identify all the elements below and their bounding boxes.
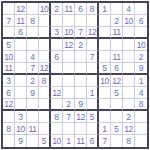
cell-r7c2[interactable]	[15, 75, 27, 87]
cell-r1c2[interactable]: 12	[15, 3, 27, 15]
cell-r11c11[interactable]: 12	[123, 123, 135, 135]
cell-r9c2[interactable]	[15, 99, 27, 111]
cell-r11c9[interactable]: 1	[99, 123, 111, 135]
cell-r1c1[interactable]	[3, 3, 15, 15]
cell-r8c3[interactable]: 9	[27, 87, 39, 99]
cell-r10c2[interactable]: 3	[15, 111, 27, 123]
cell-r8c6[interactable]	[63, 87, 75, 99]
cell-r10c1[interactable]	[3, 111, 15, 123]
cell-r2c8[interactable]	[87, 15, 99, 27]
cell-r10c8[interactable]: 5	[87, 111, 99, 123]
cell-r4c2[interactable]	[15, 39, 27, 51]
cell-r4c11[interactable]	[123, 39, 135, 51]
cell-r6c6[interactable]	[63, 63, 75, 75]
cell-r6c1[interactable]: 11	[3, 63, 15, 75]
cell-r1c3[interactable]	[27, 3, 39, 15]
cell-r1c6[interactable]: 11	[63, 3, 75, 15]
cell-r2c6[interactable]	[63, 15, 75, 27]
cell-r10c4[interactable]	[39, 111, 51, 123]
cell-r8c7[interactable]	[75, 87, 87, 99]
cell-r2c7[interactable]	[75, 15, 87, 27]
cell-r4c8[interactable]	[87, 39, 99, 51]
cell-r11c2[interactable]: 10	[15, 123, 27, 135]
cell-r1c5[interactable]: 2	[51, 3, 63, 15]
cell-r1c4[interactable]: 10	[39, 3, 51, 15]
cell-r4c1[interactable]: 5	[3, 39, 15, 51]
cell-r5c6[interactable]	[63, 51, 75, 63]
cell-r8c8[interactable]: 1	[87, 87, 99, 99]
cell-r2c9[interactable]	[99, 15, 111, 27]
cell-r12c8[interactable]: 6	[87, 135, 99, 147]
cell-r4c3[interactable]	[27, 39, 39, 51]
cell-r5c3[interactable]: 4	[27, 51, 39, 63]
cell-r5c5[interactable]: 6	[51, 51, 63, 63]
cell-r2c11[interactable]: 10	[123, 15, 135, 27]
cell-r3c4[interactable]	[39, 27, 51, 39]
cell-r12c2[interactable]: 9	[15, 135, 27, 147]
cell-r4c9[interactable]	[99, 39, 111, 51]
cell-r12c12[interactable]	[135, 135, 147, 147]
cell-r7c3[interactable]: 2	[27, 75, 39, 87]
cell-r5c8[interactable]: 7	[87, 51, 99, 63]
cell-r9c11[interactable]	[123, 99, 135, 111]
cell-r4c7[interactable]: 2	[75, 39, 87, 51]
cell-r9c1[interactable]: 12	[3, 99, 15, 111]
cell-r4c5[interactable]	[51, 39, 63, 51]
cell-r1c8[interactable]: 8	[87, 3, 99, 15]
cell-r6c2[interactable]	[15, 63, 27, 75]
cell-r7c8[interactable]	[87, 75, 99, 87]
cell-r9c5[interactable]	[51, 99, 63, 111]
cell-r10c9[interactable]	[99, 111, 111, 123]
cell-r9c4[interactable]	[39, 99, 51, 111]
cell-r10c6[interactable]: 7	[63, 111, 75, 123]
cell-r11c10[interactable]: 5	[111, 123, 123, 135]
cell-r1c11[interactable]: 4	[123, 3, 135, 15]
cell-r8c11[interactable]	[123, 87, 135, 99]
cell-r8c4[interactable]	[39, 87, 51, 99]
cell-r10c3[interactable]	[27, 111, 39, 123]
cell-r2c5[interactable]	[51, 15, 63, 27]
cell-r7c10[interactable]: 12	[111, 75, 123, 87]
cell-r11c1[interactable]: 8	[3, 123, 15, 135]
cell-r8c5[interactable]: 12	[51, 87, 63, 99]
cell-r6c10[interactable]: 6	[111, 63, 123, 75]
cell-r3c2[interactable]: 6	[15, 27, 27, 39]
cell-r11c6[interactable]	[63, 123, 75, 135]
cell-r3c10[interactable]: 11	[111, 27, 123, 39]
cell-r9c12[interactable]: 8	[135, 99, 147, 111]
cell-r7c6[interactable]	[63, 75, 75, 87]
cell-r3c7[interactable]: 7	[75, 27, 87, 39]
cell-r3c1[interactable]	[3, 27, 15, 39]
cell-r4c4[interactable]	[39, 39, 51, 51]
cell-r6c8[interactable]	[87, 63, 99, 75]
cell-r11c8[interactable]	[87, 123, 99, 135]
cell-r3c12[interactable]	[135, 27, 147, 39]
cell-r10c5[interactable]: 8	[51, 111, 63, 123]
cell-r12c4[interactable]: 5	[39, 135, 51, 147]
cell-r4c10[interactable]	[111, 39, 123, 51]
cell-r12c1[interactable]	[3, 135, 15, 147]
cell-r9c6[interactable]: 2	[63, 99, 75, 111]
cell-r9c7[interactable]: 9	[75, 99, 87, 111]
sudoku-board: 1210211681471182106631071211512210104671…	[1, 1, 149, 149]
cell-r5c12[interactable]: 2	[135, 51, 147, 63]
cell-r7c1[interactable]: 3	[3, 75, 15, 87]
cell-r9c10[interactable]	[111, 99, 123, 111]
cell-r7c5[interactable]	[51, 75, 63, 87]
cell-r6c12[interactable]: 9	[135, 63, 147, 75]
cell-r2c1[interactable]: 7	[3, 15, 15, 27]
cell-r11c12[interactable]	[135, 123, 147, 135]
cell-r6c4[interactable]: 12	[39, 63, 51, 75]
cell-r2c12[interactable]: 6	[135, 15, 147, 27]
cell-r2c2[interactable]: 11	[15, 15, 27, 27]
cell-r7c11[interactable]	[123, 75, 135, 87]
cell-r5c1[interactable]: 10	[3, 51, 15, 63]
cell-r11c5[interactable]	[51, 123, 63, 135]
cell-r2c3[interactable]: 8	[27, 15, 39, 27]
cell-r9c9[interactable]	[99, 99, 111, 111]
cell-r12c5[interactable]: 10	[51, 135, 63, 147]
cell-r11c4[interactable]	[39, 123, 51, 135]
cell-r7c9[interactable]: 10	[99, 75, 111, 87]
cell-r5c7[interactable]	[75, 51, 87, 63]
cell-r11c7[interactable]	[75, 123, 87, 135]
cell-r1c9[interactable]: 1	[99, 3, 111, 15]
cell-r3c11[interactable]	[123, 27, 135, 39]
cell-r12c7[interactable]: 11	[75, 135, 87, 147]
cell-r4c6[interactable]: 12	[63, 39, 75, 51]
cell-r7c4[interactable]: 8	[39, 75, 51, 87]
cell-r7c7[interactable]	[75, 75, 87, 87]
cell-r4c12[interactable]: 10	[135, 39, 147, 51]
cell-r1c12[interactable]	[135, 3, 147, 15]
cell-r7c12[interactable]: 1	[135, 75, 147, 87]
cell-r5c9[interactable]	[99, 51, 111, 63]
cell-r9c3[interactable]	[27, 99, 39, 111]
cell-r5c2[interactable]	[15, 51, 27, 63]
cell-r2c4[interactable]	[39, 15, 51, 27]
cell-r10c11[interactable]: 2	[123, 111, 135, 123]
cell-r6c5[interactable]	[51, 63, 63, 75]
cell-r12c11[interactable]: 8	[123, 135, 135, 147]
cell-r6c7[interactable]	[75, 63, 87, 75]
cell-r3c9[interactable]	[99, 27, 111, 39]
cell-r6c11[interactable]	[123, 63, 135, 75]
cell-r1c10[interactable]	[111, 3, 123, 15]
cell-r12c6[interactable]: 1	[63, 135, 75, 147]
cell-r3c6[interactable]: 10	[63, 27, 75, 39]
cell-r5c10[interactable]: 11	[111, 51, 123, 63]
cell-r8c9[interactable]	[99, 87, 111, 99]
cell-r5c11[interactable]	[123, 51, 135, 63]
cell-r3c8[interactable]: 12	[87, 27, 99, 39]
cell-r12c3[interactable]	[27, 135, 39, 147]
cell-r10c10[interactable]	[111, 111, 123, 123]
cell-r5c4[interactable]	[39, 51, 51, 63]
cell-r12c10[interactable]	[111, 135, 123, 147]
cell-r6c9[interactable]: 5	[99, 63, 111, 75]
cell-r8c12[interactable]: 4	[135, 87, 147, 99]
cell-r1c7[interactable]: 6	[75, 3, 87, 15]
cell-r11c3[interactable]: 11	[27, 123, 39, 135]
cell-r8c1[interactable]: 6	[3, 87, 15, 99]
cell-r9c8[interactable]	[87, 99, 99, 111]
cell-r6c3[interactable]: 7	[27, 63, 39, 75]
cell-r8c10[interactable]: 5	[111, 87, 123, 99]
cell-r2c10[interactable]: 2	[111, 15, 123, 27]
cell-r3c5[interactable]: 3	[51, 27, 63, 39]
cell-r8c2[interactable]	[15, 87, 27, 99]
cell-r10c12[interactable]	[135, 111, 147, 123]
cell-r10c7[interactable]: 12	[75, 111, 87, 123]
cell-r12c9[interactable]: 7	[99, 135, 111, 147]
cell-r3c3[interactable]	[27, 27, 39, 39]
